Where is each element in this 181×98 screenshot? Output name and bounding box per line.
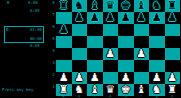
file-label-c: c bbox=[87, 95, 103, 98]
file-label-d: d bbox=[103, 95, 119, 98]
piece-wp-b2: ♟ bbox=[74, 72, 84, 84]
square-h5[interactable] bbox=[165, 36, 181, 48]
piece-bn-b8: ♞ bbox=[74, 0, 84, 12]
square-d8[interactable]: ♛ bbox=[103, 0, 119, 12]
piece-wp-h2: ♟ bbox=[167, 72, 177, 84]
square-a5[interactable] bbox=[56, 36, 72, 48]
info-panel: B 0:06 0:05 B: 01:09 00:00 0:05 Press an… bbox=[0, 0, 51, 98]
square-a7[interactable] bbox=[56, 12, 72, 24]
piece-br-h8: ♜ bbox=[167, 0, 177, 12]
file-label-g: g bbox=[149, 95, 165, 98]
square-g2[interactable]: ♟ bbox=[149, 72, 165, 84]
piece-wp-a2: ♟ bbox=[59, 72, 69, 84]
square-b8[interactable]: ♞ bbox=[72, 0, 88, 12]
piece-bp-d7: ♟ bbox=[105, 12, 115, 24]
square-b7[interactable]: ♟ bbox=[72, 12, 88, 24]
square-c4[interactable] bbox=[87, 48, 103, 60]
square-f2[interactable] bbox=[134, 72, 150, 84]
square-h2[interactable]: ♟ bbox=[165, 72, 181, 84]
square-g5[interactable] bbox=[149, 36, 165, 48]
file-labels: abcdefgh bbox=[56, 95, 180, 98]
square-h4[interactable] bbox=[165, 48, 181, 60]
piece-bp-e7: ♟ bbox=[121, 12, 131, 24]
square-c3[interactable] bbox=[87, 60, 103, 72]
square-a3[interactable] bbox=[56, 60, 72, 72]
square-b3[interactable] bbox=[72, 60, 88, 72]
square-h7[interactable]: ♟ bbox=[165, 12, 181, 24]
chess-board: ♜♞♝♛♚♝♞♜♟♟♟♟♟♟♟♟♟♟♟♟♟♟♟♟♜♞♝♛♚♝♞♜ bbox=[56, 0, 180, 96]
square-e4[interactable] bbox=[118, 48, 134, 60]
piece-bp-h7: ♟ bbox=[167, 12, 177, 24]
square-a8[interactable]: ♜ bbox=[56, 0, 72, 12]
square-c6[interactable] bbox=[87, 24, 103, 36]
square-c7[interactable]: ♟ bbox=[87, 12, 103, 24]
timer-top: 0:05 bbox=[30, 9, 40, 13]
piece-wp-f4: ♟ bbox=[136, 48, 146, 60]
square-e6[interactable] bbox=[118, 24, 134, 36]
square-e5[interactable] bbox=[118, 36, 134, 48]
move-box: B: 01:09 00:00 bbox=[4, 26, 44, 43]
clock-time: 0:06 bbox=[28, 1, 38, 5]
piece-bp-b7: ♟ bbox=[74, 12, 84, 24]
file-label-a: a bbox=[56, 95, 72, 98]
status-line: Press any key bbox=[2, 88, 33, 92]
file-label-b: b bbox=[72, 95, 88, 98]
piece-bp-f7: ♟ bbox=[136, 12, 146, 24]
file-label-e: e bbox=[118, 95, 134, 98]
move-box-label: B: bbox=[6, 28, 11, 32]
square-a2[interactable]: ♟ bbox=[56, 72, 72, 84]
square-b2[interactable]: ♟ bbox=[72, 72, 88, 84]
piece-bp-g7: ♟ bbox=[152, 12, 162, 24]
square-e8[interactable]: ♚ bbox=[118, 0, 134, 12]
piece-bb-c8: ♝ bbox=[90, 0, 100, 12]
square-d2[interactable] bbox=[103, 72, 119, 84]
square-f5[interactable] bbox=[134, 36, 150, 48]
square-b6[interactable] bbox=[72, 24, 88, 36]
piece-wp-c2: ♟ bbox=[90, 72, 100, 84]
square-f3[interactable] bbox=[134, 60, 150, 72]
piece-bq-d8: ♛ bbox=[105, 0, 115, 12]
piece-bk-e8: ♚ bbox=[121, 0, 131, 12]
piece-bp-c7: ♟ bbox=[90, 12, 100, 24]
square-d6[interactable] bbox=[103, 24, 119, 36]
square-h3[interactable] bbox=[165, 60, 181, 72]
square-f8[interactable]: ♝ bbox=[134, 0, 150, 12]
square-a6[interactable]: ♟ bbox=[56, 24, 72, 36]
piece-wp-g2: ♟ bbox=[152, 72, 162, 84]
square-g7[interactable]: ♟ bbox=[149, 12, 165, 24]
piece-br-a8: ♜ bbox=[59, 0, 69, 12]
square-c8[interactable]: ♝ bbox=[87, 0, 103, 12]
square-e7[interactable]: ♟ bbox=[118, 12, 134, 24]
piece-bp-a6: ♟ bbox=[59, 24, 69, 36]
square-d3[interactable] bbox=[103, 60, 119, 72]
square-h6[interactable] bbox=[165, 24, 181, 36]
file-label-f: f bbox=[134, 95, 150, 98]
square-f6[interactable] bbox=[134, 24, 150, 36]
clock-label: B bbox=[7, 1, 9, 5]
square-e2[interactable]: ♟ bbox=[118, 72, 134, 84]
move-box-value-top: 01:09 bbox=[30, 28, 42, 32]
square-g8[interactable]: ♞ bbox=[149, 0, 165, 12]
piece-wp-d4: ♟ bbox=[105, 48, 115, 60]
square-g6[interactable] bbox=[149, 24, 165, 36]
square-e3[interactable] bbox=[118, 60, 134, 72]
file-label-h: h bbox=[165, 95, 181, 98]
square-d5[interactable] bbox=[103, 36, 119, 48]
square-g4[interactable] bbox=[149, 48, 165, 60]
square-h8[interactable]: ♜ bbox=[165, 0, 181, 12]
square-f4[interactable]: ♟ bbox=[134, 48, 150, 60]
square-g3[interactable] bbox=[149, 60, 165, 72]
square-f7[interactable]: ♟ bbox=[134, 12, 150, 24]
piece-bn-g8: ♞ bbox=[152, 0, 162, 12]
square-d4[interactable]: ♟ bbox=[103, 48, 119, 60]
square-b5[interactable] bbox=[72, 36, 88, 48]
square-c2[interactable]: ♟ bbox=[87, 72, 103, 84]
piece-bb-f8: ♝ bbox=[136, 0, 146, 12]
square-b4[interactable] bbox=[72, 48, 88, 60]
square-d7[interactable]: ♟ bbox=[103, 12, 119, 24]
square-c5[interactable] bbox=[87, 36, 103, 48]
piece-wp-e2: ♟ bbox=[121, 72, 131, 84]
square-a4[interactable] bbox=[56, 48, 72, 60]
timer-bottom: 0:05 bbox=[30, 44, 40, 48]
move-box-value-bottom: 00:00 bbox=[30, 37, 42, 41]
